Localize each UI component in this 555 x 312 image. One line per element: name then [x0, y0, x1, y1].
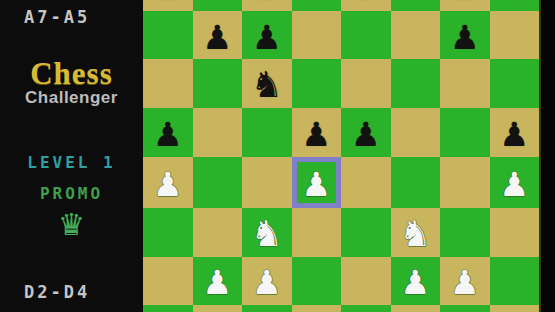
square-e5[interactable]: ♟ [341, 108, 391, 157]
square-f6[interactable] [391, 59, 441, 108]
square-g5[interactable] [440, 108, 490, 157]
square-c6[interactable]: ♞ [242, 59, 292, 108]
square-c3[interactable]: ♞ [242, 208, 292, 257]
piece-black-king: ♚ [353, 0, 378, 7]
square-g3[interactable] [440, 208, 490, 257]
piece-black-pawn: ♟ [254, 15, 279, 56]
piece-black-rook: ♜ [155, 0, 180, 7]
square-g1[interactable] [440, 305, 490, 312]
square-g7[interactable]: ♟ [440, 11, 490, 60]
piece-white-knight: ♞ [254, 212, 279, 253]
square-h7[interactable] [490, 11, 540, 60]
piece-black-pawn: ♟ [502, 112, 527, 153]
square-f4[interactable] [391, 157, 441, 208]
square-h1[interactable]: ♜ [490, 305, 540, 312]
piece-white-pawn: ♟ [254, 260, 279, 301]
chess-board: ♜♝♛♚♝♞♜♟♟♟♞♟♟♟♟♟♟♟♞♞♟♟♟♟♜♝♛♚♝♜ [143, 0, 539, 312]
screen-right-edge [539, 0, 555, 312]
square-b4[interactable] [193, 157, 243, 208]
square-h3[interactable] [490, 208, 540, 257]
square-e7[interactable] [341, 11, 391, 60]
square-h4[interactable]: ♟ [490, 157, 540, 208]
piece-white-pawn: ♟ [502, 162, 527, 203]
square-d8[interactable]: ♛ [292, 0, 342, 11]
square-a4[interactable]: ♟ [143, 157, 193, 208]
square-d2[interactable] [292, 257, 342, 306]
piece-black-pawn: ♟ [205, 15, 230, 56]
board-grid: ♜♝♛♚♝♞♜♟♟♟♞♟♟♟♟♟♟♟♞♞♟♟♟♟♜♝♛♚♝♜ [143, 0, 539, 312]
square-f3[interactable]: ♞ [391, 208, 441, 257]
piece-black-bishop: ♝ [254, 0, 279, 7]
sidebar: A7-A5 Chess Challenger LEVEL 1 PROMO ♛ D… [0, 0, 143, 312]
square-c7[interactable]: ♟ [242, 11, 292, 60]
promo-queen-icon: ♛ [0, 201, 143, 245]
square-e2[interactable] [341, 257, 391, 306]
square-b2[interactable]: ♟ [193, 257, 243, 306]
piece-black-pawn: ♟ [353, 112, 378, 153]
square-e3[interactable] [341, 208, 391, 257]
square-a6[interactable] [143, 59, 193, 108]
square-b7[interactable]: ♟ [193, 11, 243, 60]
chess-challenger-screen: A7-A5 Chess Challenger LEVEL 1 PROMO ♛ D… [0, 0, 555, 312]
square-c8[interactable]: ♝ [242, 0, 292, 11]
square-c1[interactable]: ♝ [242, 305, 292, 312]
piece-black-rook: ♜ [502, 0, 527, 7]
square-a1[interactable]: ♜ [143, 305, 193, 312]
square-a3[interactable] [143, 208, 193, 257]
square-b5[interactable] [193, 108, 243, 157]
square-h2[interactable] [490, 257, 540, 306]
square-d7[interactable] [292, 11, 342, 60]
piece-white-pawn: ♟ [403, 260, 428, 301]
black-move-display: A7-A5 [24, 7, 90, 27]
piece-black-bishop: ♝ [403, 0, 428, 7]
square-f7[interactable] [391, 11, 441, 60]
piece-white-pawn: ♟ [205, 260, 230, 301]
piece-black-pawn: ♟ [304, 112, 329, 153]
square-c4[interactable] [242, 157, 292, 208]
piece-white-knight: ♞ [403, 212, 428, 253]
square-e8[interactable]: ♚ [341, 0, 391, 11]
square-g2[interactable]: ♟ [440, 257, 490, 306]
square-c2[interactable]: ♟ [242, 257, 292, 306]
square-d1[interactable]: ♛ [292, 305, 342, 312]
square-g4[interactable] [440, 157, 490, 208]
piece-black-pawn: ♟ [155, 112, 180, 153]
square-f8[interactable]: ♝ [391, 0, 441, 11]
piece-white-pawn: ♟ [304, 162, 329, 203]
square-g6[interactable] [440, 59, 490, 108]
square-d6[interactable] [292, 59, 342, 108]
square-f5[interactable] [391, 108, 441, 157]
square-b6[interactable] [193, 59, 243, 108]
piece-black-pawn: ♟ [452, 15, 477, 56]
square-e4[interactable] [341, 157, 391, 208]
logo-title: Chess [0, 58, 143, 89]
square-a8[interactable]: ♜ [143, 0, 193, 11]
square-b8[interactable] [193, 0, 243, 11]
square-e1[interactable]: ♚ [341, 305, 391, 312]
square-h6[interactable] [490, 59, 540, 108]
logo: Chess Challenger [0, 58, 143, 108]
level-display: LEVEL 1 [0, 153, 143, 172]
square-b1[interactable] [193, 305, 243, 312]
logo-subtitle: Challenger [0, 88, 143, 108]
square-d5[interactable]: ♟ [292, 108, 342, 157]
square-a5[interactable]: ♟ [143, 108, 193, 157]
piece-white-pawn: ♟ [155, 162, 180, 203]
piece-black-queen: ♛ [304, 0, 329, 7]
square-a7[interactable] [143, 11, 193, 60]
square-e6[interactable] [341, 59, 391, 108]
piece-black-knight: ♞ [452, 0, 477, 7]
white-move-display: D2-D4 [24, 282, 90, 302]
square-d4[interactable]: ♟ [292, 157, 342, 208]
piece-white-pawn: ♟ [452, 260, 477, 301]
square-d3[interactable] [292, 208, 342, 257]
square-f2[interactable]: ♟ [391, 257, 441, 306]
square-c5[interactable] [242, 108, 292, 157]
square-a2[interactable] [143, 257, 193, 306]
square-g8[interactable]: ♞ [440, 0, 490, 11]
square-f1[interactable]: ♝ [391, 305, 441, 312]
square-h5[interactable]: ♟ [490, 108, 540, 157]
piece-black-knight: ♞ [254, 63, 279, 104]
square-b3[interactable] [193, 208, 243, 257]
square-h8[interactable]: ♜ [490, 0, 540, 11]
